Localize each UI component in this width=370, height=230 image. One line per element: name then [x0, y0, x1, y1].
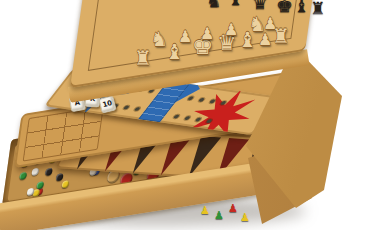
loose-pawn: ♟	[200, 205, 210, 216]
chess-piece-white-pawn: ♟	[200, 26, 214, 42]
loose-pawn: ♟	[240, 212, 250, 223]
drawer-piece	[19, 171, 27, 179]
chess-piece-white-pawn: ♟	[224, 22, 238, 38]
chess-piece-black-bishop: ♝	[228, 0, 243, 8]
chess-piece-black-bishop: ♝	[294, 0, 309, 15]
grid-game-board	[23, 106, 104, 161]
ludo-hole	[123, 105, 130, 109]
chess-piece-white-pawn: ♟	[178, 29, 192, 45]
chess-piece-white-pawn: ♟	[258, 32, 272, 48]
drawer-piece	[56, 172, 64, 180]
chess-piece-black-queen: ♛	[252, 0, 268, 12]
game-compendium-photo: AK10 ♜♞♝♟♚♟♛♟♝♞♟♟♜♞♝♛♚♝♜ ♟♟♟♟	[0, 0, 370, 230]
chess-piece-black-king: ♚	[276, 0, 293, 15]
loose-pawn: ♟	[214, 210, 224, 221]
ludo-hole	[187, 96, 194, 100]
chess-piece-white-rook: ♜	[134, 48, 152, 68]
ludo-hole	[173, 114, 180, 118]
loose-pawn: ♟	[228, 203, 238, 214]
drawer-piece	[45, 167, 53, 175]
ludo-hole	[134, 107, 141, 111]
die-face: 10	[102, 100, 113, 109]
chess-piece-black-knight: ♞	[206, 0, 221, 10]
chess-piece-white-rook: ♜	[272, 26, 290, 46]
drawer-piece	[31, 168, 39, 176]
chess-piece-black-rook: ♜	[310, 0, 325, 17]
drawer-piece	[62, 180, 70, 188]
